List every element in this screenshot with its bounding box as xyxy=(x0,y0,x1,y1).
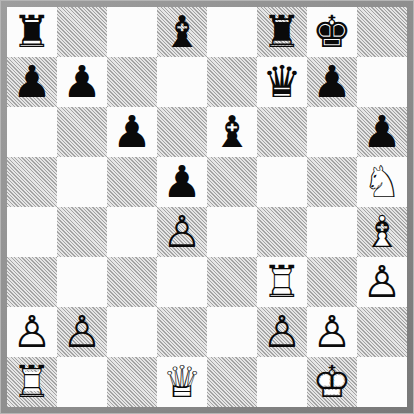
square-e8[interactable] xyxy=(207,7,257,57)
piece-black-pawn[interactable]: ♟ xyxy=(307,57,357,107)
square-g2[interactable]: ♙♙ xyxy=(307,307,357,357)
piece-white-queen[interactable]: ♛♕ xyxy=(157,357,207,407)
piece-white-rook[interactable]: ♜♖ xyxy=(7,357,57,407)
piece-white-pawn[interactable]: ♙♙ xyxy=(307,307,357,357)
piece-glyph: ♟ xyxy=(112,107,151,157)
square-h4[interactable]: ♝♗ xyxy=(357,207,407,257)
piece-glyph: ♟ xyxy=(62,57,101,107)
square-a8[interactable]: ♜ xyxy=(7,7,57,57)
piece-black-pawn[interactable]: ♟ xyxy=(357,107,407,157)
square-d4[interactable]: ♙♙ xyxy=(157,207,207,257)
square-h8[interactable] xyxy=(357,7,407,57)
square-c6[interactable]: ♟ xyxy=(107,107,157,157)
square-a6[interactable] xyxy=(7,107,57,157)
square-h1[interactable] xyxy=(357,357,407,407)
piece-white-pawn[interactable]: ♙♙ xyxy=(157,207,207,257)
piece-glyph: ♙ xyxy=(162,207,201,257)
piece-glyph: ♙ xyxy=(262,307,301,357)
square-e3[interactable] xyxy=(207,257,257,307)
piece-black-pawn[interactable]: ♟ xyxy=(157,157,207,207)
square-h6[interactable]: ♟ xyxy=(357,107,407,157)
piece-glyph: ♟ xyxy=(312,57,351,107)
piece-black-rook[interactable]: ♜ xyxy=(7,7,57,57)
square-a1[interactable]: ♜♖ xyxy=(7,357,57,407)
square-f4[interactable] xyxy=(257,207,307,257)
square-c1[interactable] xyxy=(107,357,157,407)
square-f3[interactable]: ♜♖ xyxy=(257,257,307,307)
piece-glyph: ♝ xyxy=(162,7,201,57)
square-b4[interactable] xyxy=(57,207,107,257)
square-h5[interactable]: ♞♘ xyxy=(357,157,407,207)
square-a5[interactable] xyxy=(7,157,57,207)
piece-glyph: ♙ xyxy=(312,307,351,357)
square-b1[interactable] xyxy=(57,357,107,407)
piece-glyph: ♗ xyxy=(362,207,401,257)
square-b6[interactable] xyxy=(57,107,107,157)
square-e7[interactable] xyxy=(207,57,257,107)
piece-white-pawn[interactable]: ♙♙ xyxy=(357,257,407,307)
square-g1[interactable]: ♚♔ xyxy=(307,357,357,407)
square-c8[interactable] xyxy=(107,7,157,57)
square-f5[interactable] xyxy=(257,157,307,207)
piece-white-knight[interactable]: ♞♘ xyxy=(357,157,407,207)
square-g4[interactable] xyxy=(307,207,357,257)
square-b7[interactable]: ♟ xyxy=(57,57,107,107)
piece-glyph: ♜ xyxy=(12,7,51,57)
piece-glyph: ♖ xyxy=(262,257,301,307)
square-e5[interactable] xyxy=(207,157,257,207)
piece-black-pawn[interactable]: ♟ xyxy=(107,107,157,157)
piece-glyph: ♘ xyxy=(362,157,401,207)
piece-glyph: ♜ xyxy=(262,7,301,57)
square-d8[interactable]: ♝ xyxy=(157,7,207,57)
piece-black-rook[interactable]: ♜ xyxy=(257,7,307,57)
piece-glyph: ♟ xyxy=(162,157,201,207)
square-a7[interactable]: ♟ xyxy=(7,57,57,107)
square-f6[interactable] xyxy=(257,107,307,157)
square-c7[interactable] xyxy=(107,57,157,107)
piece-glyph: ♟ xyxy=(362,107,401,157)
piece-white-pawn[interactable]: ♙♙ xyxy=(7,307,57,357)
square-d3[interactable] xyxy=(157,257,207,307)
square-e1[interactable] xyxy=(207,357,257,407)
square-e2[interactable] xyxy=(207,307,257,357)
piece-glyph: ♝ xyxy=(212,107,251,157)
square-b8[interactable] xyxy=(57,7,107,57)
square-d2[interactable] xyxy=(157,307,207,357)
square-b2[interactable]: ♙♙ xyxy=(57,307,107,357)
board-frame: ♜♝♜♚♟♟♛♟♟♝♟♟♞♘♙♙♝♗♜♖♙♙♙♙♙♙♙♙♙♙♜♖♛♕♚♔ xyxy=(0,0,414,414)
square-g5[interactable] xyxy=(307,157,357,207)
square-f8[interactable]: ♜ xyxy=(257,7,307,57)
piece-white-bishop[interactable]: ♝♗ xyxy=(357,207,407,257)
piece-glyph: ♖ xyxy=(12,357,51,407)
square-a4[interactable] xyxy=(7,207,57,257)
square-d5[interactable]: ♟ xyxy=(157,157,207,207)
piece-glyph: ♔ xyxy=(312,357,351,407)
piece-glyph: ♙ xyxy=(12,307,51,357)
piece-black-bishop[interactable]: ♝ xyxy=(157,7,207,57)
square-a3[interactable] xyxy=(7,257,57,307)
square-d6[interactable] xyxy=(157,107,207,157)
square-e6[interactable]: ♝ xyxy=(207,107,257,157)
square-f2[interactable]: ♙♙ xyxy=(257,307,307,357)
piece-glyph: ♚ xyxy=(312,7,351,57)
square-c3[interactable] xyxy=(107,257,157,307)
square-g7[interactable]: ♟ xyxy=(307,57,357,107)
chess-board: ♜♝♜♚♟♟♛♟♟♝♟♟♞♘♙♙♝♗♜♖♙♙♙♙♙♙♙♙♙♙♜♖♛♕♚♔ xyxy=(7,7,407,407)
square-d1[interactable]: ♛♕ xyxy=(157,357,207,407)
square-g6[interactable] xyxy=(307,107,357,157)
piece-glyph: ♛ xyxy=(262,57,301,107)
piece-black-pawn[interactable]: ♟ xyxy=(7,57,57,107)
piece-black-king[interactable]: ♚ xyxy=(307,7,357,57)
piece-white-pawn[interactable]: ♙♙ xyxy=(257,307,307,357)
square-c5[interactable] xyxy=(107,157,157,207)
square-g3[interactable] xyxy=(307,257,357,307)
piece-black-queen[interactable]: ♛ xyxy=(257,57,307,107)
square-g8[interactable]: ♚ xyxy=(307,7,357,57)
square-c4[interactable] xyxy=(107,207,157,257)
square-h3[interactable]: ♙♙ xyxy=(357,257,407,307)
piece-glyph: ♟ xyxy=(12,57,51,107)
square-a2[interactable]: ♙♙ xyxy=(7,307,57,357)
square-b3[interactable] xyxy=(57,257,107,307)
square-h2[interactable] xyxy=(357,307,407,357)
piece-glyph: ♕ xyxy=(162,357,201,407)
piece-black-pawn[interactable]: ♟ xyxy=(57,57,107,107)
square-h7[interactable] xyxy=(357,57,407,107)
square-b5[interactable] xyxy=(57,157,107,207)
piece-white-king[interactable]: ♚♔ xyxy=(307,357,357,407)
piece-black-bishop[interactable]: ♝ xyxy=(207,107,257,157)
piece-glyph: ♙ xyxy=(62,307,101,357)
piece-white-pawn[interactable]: ♙♙ xyxy=(57,307,107,357)
square-d7[interactable] xyxy=(157,57,207,107)
square-c2[interactable] xyxy=(107,307,157,357)
piece-white-rook[interactable]: ♜♖ xyxy=(257,257,307,307)
square-f7[interactable]: ♛ xyxy=(257,57,307,107)
piece-glyph: ♙ xyxy=(362,257,401,307)
square-f1[interactable] xyxy=(257,357,307,407)
square-e4[interactable] xyxy=(207,207,257,257)
